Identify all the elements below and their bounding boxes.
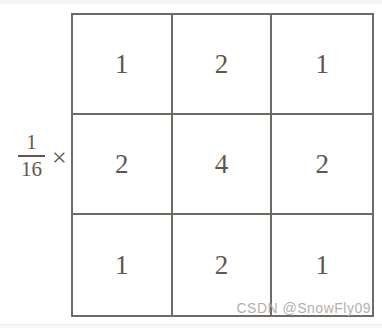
kernel-cell-r0c2: 1 — [272, 15, 372, 115]
kernel-cell-r1c1: 4 — [173, 115, 273, 215]
kernel-cell-r0c0: 1 — [73, 15, 173, 115]
scalar-factor: 1 16 × — [18, 131, 67, 181]
fraction-numerator: 1 — [24, 131, 39, 155]
background-strip-top — [0, 0, 382, 4]
kernel-grid: 1 2 1 2 4 2 1 2 1 — [71, 13, 374, 317]
background-strip-bottom — [0, 324, 382, 328]
fraction-denominator: 16 — [18, 155, 45, 182]
kernel-cell-r0c1: 2 — [173, 15, 273, 115]
multiply-sign: × — [52, 145, 67, 171]
kernel-cell-r1c2: 2 — [272, 115, 372, 215]
fraction-one-sixteenth: 1 16 — [18, 131, 45, 181]
kernel-cell-r1c0: 2 — [73, 115, 173, 215]
kernel-figure: 1 16 × 1 2 1 2 4 2 1 2 1 CSDN @SnowFly09 — [0, 0, 382, 328]
kernel-cell-r2c0: 1 — [73, 215, 173, 315]
csdn-watermark: CSDN @SnowFly09 — [236, 300, 371, 316]
